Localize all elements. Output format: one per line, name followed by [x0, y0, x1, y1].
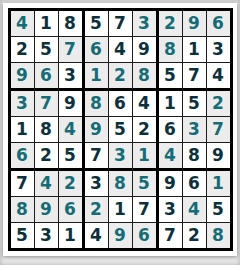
cell-r8c7[interactable]: 3: [159, 197, 183, 223]
cell-r5c3[interactable]: 4: [59, 117, 85, 143]
cell-r1c2[interactable]: 1: [35, 11, 59, 37]
cell-r8c5[interactable]: 1: [109, 197, 133, 223]
cell-r9c6[interactable]: 6: [133, 223, 159, 248]
puzzle-card: 4185732962576498139631285743798641521849…: [3, 3, 237, 256]
cell-r1c9[interactable]: 6: [207, 11, 230, 37]
cell-r3c8[interactable]: 7: [183, 63, 207, 91]
cell-r2c5[interactable]: 4: [109, 37, 133, 63]
cell-r3c7[interactable]: 5: [159, 63, 183, 91]
cell-r9c8[interactable]: 2: [183, 223, 207, 248]
cell-r8c9[interactable]: 5: [207, 197, 230, 223]
cell-r1c6[interactable]: 3: [133, 11, 159, 37]
sudoku-board: 4185732962576498139631285743798641521849…: [8, 8, 233, 251]
cell-r4c2[interactable]: 7: [35, 91, 59, 117]
cell-r3c5[interactable]: 2: [109, 63, 133, 91]
cell-r7c2[interactable]: 4: [35, 171, 59, 197]
cell-r9c2[interactable]: 3: [35, 223, 59, 248]
cell-r3c6[interactable]: 8: [133, 63, 159, 91]
cell-r3c9[interactable]: 4: [207, 63, 230, 91]
cell-r8c3[interactable]: 6: [59, 197, 85, 223]
cell-r4c1[interactable]: 3: [11, 91, 35, 117]
cell-r1c8[interactable]: 9: [183, 11, 207, 37]
cell-r7c8[interactable]: 6: [183, 171, 207, 197]
cell-r4c5[interactable]: 6: [109, 91, 133, 117]
cell-r3c2[interactable]: 6: [35, 63, 59, 91]
cell-r4c9[interactable]: 2: [207, 91, 230, 117]
cell-r2c7[interactable]: 8: [159, 37, 183, 63]
cell-r9c9[interactable]: 8: [207, 223, 230, 248]
cell-r2c4[interactable]: 6: [85, 37, 109, 63]
cell-r9c3[interactable]: 1: [59, 223, 85, 248]
cell-r4c3[interactable]: 9: [59, 91, 85, 117]
cell-r8c6[interactable]: 7: [133, 197, 159, 223]
cell-r6c7[interactable]: 4: [159, 143, 183, 171]
cell-r1c7[interactable]: 2: [159, 11, 183, 37]
page-background: 4185732962576498139631285743798641521849…: [0, 0, 240, 265]
cell-r1c3[interactable]: 8: [59, 11, 85, 37]
cell-r4c7[interactable]: 1: [159, 91, 183, 117]
cell-r5c9[interactable]: 7: [207, 117, 230, 143]
cell-r6c2[interactable]: 2: [35, 143, 59, 171]
cell-r7c5[interactable]: 8: [109, 171, 133, 197]
cell-r4c4[interactable]: 8: [85, 91, 109, 117]
cell-r6c5[interactable]: 3: [109, 143, 133, 171]
cell-r6c3[interactable]: 5: [59, 143, 85, 171]
cell-r7c1[interactable]: 7: [11, 171, 35, 197]
cell-r2c8[interactable]: 1: [183, 37, 207, 63]
cell-r5c5[interactable]: 5: [109, 117, 133, 143]
cell-r1c4[interactable]: 5: [85, 11, 109, 37]
cell-r8c8[interactable]: 4: [183, 197, 207, 223]
cell-r9c5[interactable]: 9: [109, 223, 133, 248]
cell-r5c1[interactable]: 1: [11, 117, 35, 143]
cell-r7c3[interactable]: 2: [59, 171, 85, 197]
cell-r8c4[interactable]: 2: [85, 197, 109, 223]
cell-r7c7[interactable]: 9: [159, 171, 183, 197]
cell-r3c1[interactable]: 9: [11, 63, 35, 91]
cell-r6c1[interactable]: 6: [11, 143, 35, 171]
cell-r2c1[interactable]: 2: [11, 37, 35, 63]
cell-r3c3[interactable]: 3: [59, 63, 85, 91]
cell-r1c1[interactable]: 4: [11, 11, 35, 37]
cell-r6c4[interactable]: 7: [85, 143, 109, 171]
cell-r5c6[interactable]: 2: [133, 117, 159, 143]
cell-r7c6[interactable]: 5: [133, 171, 159, 197]
cell-r7c9[interactable]: 1: [207, 171, 230, 197]
cell-r4c8[interactable]: 5: [183, 91, 207, 117]
cell-r6c8[interactable]: 8: [183, 143, 207, 171]
cell-r2c6[interactable]: 9: [133, 37, 159, 63]
cell-r1c5[interactable]: 7: [109, 11, 133, 37]
cell-r3c4[interactable]: 1: [85, 63, 109, 91]
cell-r2c3[interactable]: 7: [59, 37, 85, 63]
cell-r9c4[interactable]: 4: [85, 223, 109, 248]
cell-r2c2[interactable]: 5: [35, 37, 59, 63]
cell-r8c1[interactable]: 8: [11, 197, 35, 223]
cell-r8c2[interactable]: 9: [35, 197, 59, 223]
cell-r5c7[interactable]: 6: [159, 117, 183, 143]
cell-r6c9[interactable]: 9: [207, 143, 230, 171]
cell-r5c4[interactable]: 9: [85, 117, 109, 143]
cell-r5c8[interactable]: 3: [183, 117, 207, 143]
cell-r6c6[interactable]: 1: [133, 143, 159, 171]
cell-r7c4[interactable]: 3: [85, 171, 109, 197]
cell-r5c2[interactable]: 8: [35, 117, 59, 143]
cell-r9c1[interactable]: 5: [11, 223, 35, 248]
cell-r4c6[interactable]: 4: [133, 91, 159, 117]
cell-r2c9[interactable]: 3: [207, 37, 230, 63]
cell-r9c7[interactable]: 7: [159, 223, 183, 248]
